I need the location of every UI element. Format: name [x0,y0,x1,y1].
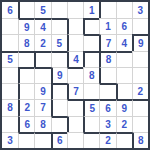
cell-r7c1[interactable]: 8 [2,99,18,115]
given-digit: 9 [40,86,46,97]
given-digit: 1 [105,21,111,32]
cell-r2c6[interactable] [83,18,99,34]
given-digit: 3 [138,5,144,16]
cell-r7c4[interactable] [51,99,67,115]
cell-r8c4[interactable] [51,116,67,132]
cell-r5c1[interactable] [2,67,18,83]
cell-r6c9[interactable]: 2 [132,83,148,99]
cell-r3c6[interactable] [83,34,99,50]
cell-r3c8[interactable]: 4 [116,34,132,50]
given-digit: 4 [40,22,46,33]
cell-r8c1[interactable] [2,116,18,132]
cell-r6c7[interactable] [99,83,115,99]
cell-r8c2[interactable]: 6 [18,116,34,132]
cell-r7c9[interactable] [132,99,148,115]
cell-r4c6[interactable] [83,51,99,67]
cell-r1c1[interactable]: 6 [2,2,18,18]
given-digit: 6 [121,21,127,32]
cell-r2c7[interactable]: 1 [99,18,115,34]
cell-r3c5[interactable] [67,34,83,50]
cell-r9c5[interactable] [67,132,83,148]
cell-r7c8[interactable]: 9 [116,99,132,115]
cell-r2c1[interactable] [2,18,18,34]
cell-r5c3[interactable] [34,67,50,83]
given-digit: 6 [105,103,111,114]
cell-r5c9[interactable] [132,67,148,83]
cell-r8c3[interactable]: 8 [34,116,50,132]
cell-r9c1[interactable]: 3 [2,132,18,148]
cell-r9c7[interactable]: 2 [99,132,115,148]
cell-r5c6[interactable]: 8 [83,67,99,83]
given-digit: 8 [40,119,46,130]
given-digit: 6 [57,135,63,146]
cell-r2c4[interactable] [51,18,67,34]
given-digit: 9 [57,70,63,81]
cell-r9c9[interactable]: 8 [132,132,148,148]
cell-r8c9[interactable] [132,116,148,132]
cell-r4c1[interactable]: 5 [2,51,18,67]
given-digit: 4 [73,54,79,65]
given-digit: 9 [138,38,144,49]
cell-r1c4[interactable] [51,2,67,18]
cell-r6c1[interactable] [2,83,18,99]
cell-r5c5[interactable] [67,67,83,83]
cell-r9c8[interactable] [116,132,132,148]
cell-r3c1[interactable] [2,34,18,50]
given-digit: 8 [7,102,13,113]
cell-r9c3[interactable] [34,132,50,148]
cell-r7c7[interactable]: 6 [99,99,115,115]
cell-r2c9[interactable] [132,18,148,34]
cell-r6c6[interactable] [83,83,99,99]
given-digit: 8 [89,70,95,81]
given-digit: 1 [89,5,95,16]
cell-r1c6[interactable]: 1 [83,2,99,18]
cell-r9c6[interactable] [83,132,99,148]
cell-r7c2[interactable]: 2 [18,99,34,115]
given-digit: 5 [89,103,95,114]
cell-r8c6[interactable] [83,116,99,132]
given-digit: 9 [121,103,127,114]
cell-r3c9[interactable]: 9 [132,34,148,50]
cell-r4c4[interactable] [51,51,67,67]
cell-r3c7[interactable]: 7 [99,34,115,50]
cell-r2c2[interactable]: 9 [18,18,34,34]
cell-r1c2[interactable] [18,2,34,18]
cell-r9c2[interactable] [18,132,34,148]
cell-r4c5[interactable]: 4 [67,51,83,67]
cell-r6c2[interactable] [18,83,34,99]
cell-r3c4[interactable]: 5 [51,34,67,50]
cell-r8c8[interactable]: 2 [116,116,132,132]
cell-r6c5[interactable]: 7 [67,83,83,99]
cell-r5c7[interactable] [99,67,115,83]
cell-r4c8[interactable] [116,51,132,67]
cell-r1c3[interactable]: 5 [34,2,50,18]
cell-r3c2[interactable]: 8 [18,34,34,50]
cell-r8c5[interactable] [67,116,83,132]
cell-r7c5[interactable] [67,99,83,115]
cell-r6c8[interactable] [116,83,132,99]
cell-r2c5[interactable] [67,18,83,34]
jigsaw-sudoku-board: 651394168257495489897282756968323628 [0,0,150,150]
given-digit: 8 [138,135,144,146]
cell-r6c4[interactable] [51,83,67,99]
given-digit: 3 [7,135,13,146]
cell-r1c9[interactable]: 3 [132,2,148,18]
cell-r1c7[interactable] [99,2,115,18]
given-digit: 2 [138,86,144,97]
given-digit: 8 [106,54,112,65]
cell-r5c2[interactable] [18,67,34,83]
given-digit: 3 [105,119,111,130]
given-digit: 5 [7,54,13,65]
cell-r4c3[interactable] [34,51,50,67]
cell-r4c7[interactable]: 8 [99,51,115,67]
given-digit: 7 [106,38,112,49]
given-digit: 5 [40,5,46,16]
given-digit: 2 [40,38,46,49]
given-digit: 2 [121,119,127,130]
given-digit: 5 [56,38,62,49]
cell-r4c2[interactable] [18,51,34,67]
cell-r1c8[interactable] [116,2,132,18]
cell-r5c8[interactable] [116,67,132,83]
cell-r5c4[interactable]: 9 [51,67,67,83]
cell-r2c3[interactable]: 4 [34,18,50,34]
cell-r7c6[interactable]: 5 [83,99,99,115]
cell-r2c8[interactable]: 6 [116,18,132,34]
cell-r7c3[interactable]: 7 [34,99,50,115]
given-digit: 6 [7,5,13,16]
cell-r4c9[interactable] [132,51,148,67]
given-digit: 8 [24,38,30,49]
cell-r8c7[interactable]: 3 [99,116,115,132]
cell-r3c3[interactable]: 2 [34,34,50,50]
given-digit: 2 [25,102,31,113]
given-digit: 9 [24,22,30,33]
cell-r9c4[interactable]: 6 [51,132,67,148]
given-digit: 7 [73,86,79,97]
cell-r1c5[interactable] [67,2,83,18]
given-digit: 4 [121,38,127,49]
cell-r6c3[interactable]: 9 [34,83,50,99]
given-digit: 2 [105,135,111,146]
given-digit: 6 [25,119,31,130]
given-digit: 7 [40,102,46,113]
